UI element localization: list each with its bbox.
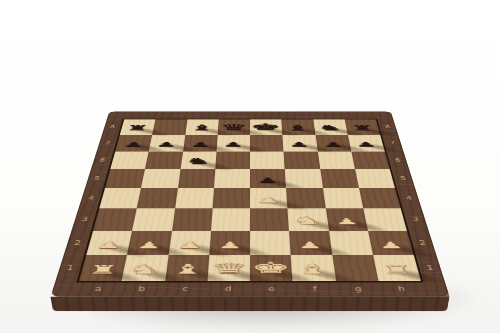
file-label-h: h (394, 286, 410, 293)
rank-label-left-1: 1 (62, 265, 78, 272)
rank-label-left-8: 8 (106, 125, 118, 129)
square-d4[interactable] (212, 188, 250, 209)
square-h5[interactable] (355, 169, 395, 188)
chessboard: abcdefgh1122334455667788 ♜♞♝♛♚♝♜♟♟♟♟♟♟♟♞… (50, 111, 449, 296)
square-e6[interactable] (250, 151, 285, 169)
square-h3[interactable] (363, 209, 407, 231)
rank-label-left-6: 6 (96, 158, 109, 162)
square-e2[interactable] (250, 231, 291, 255)
square-h2[interactable] (368, 231, 414, 255)
square-d3[interactable] (211, 209, 250, 231)
black-pawn-glyph: ♟ (213, 141, 254, 148)
square-g5[interactable] (320, 169, 359, 188)
square-f4[interactable] (286, 188, 325, 209)
file-label-a: a (90, 286, 106, 293)
board-front-edge (50, 297, 449, 312)
file-label-c: c (177, 286, 192, 293)
square-c5[interactable] (178, 169, 216, 188)
rank-label-left-5: 5 (90, 176, 103, 181)
black-pawn-glyph: ♟ (345, 141, 387, 148)
square-a4[interactable] (99, 188, 141, 209)
file-label-b: b (134, 286, 150, 293)
square-a1[interactable] (79, 255, 127, 281)
square-c1[interactable] (165, 255, 210, 281)
rank-label-right-7: 7 (386, 141, 398, 145)
square-a5[interactable] (105, 169, 145, 188)
square-b2[interactable] (127, 231, 171, 255)
rank-label-right-1: 1 (422, 265, 438, 272)
rank-label-right-6: 6 (391, 158, 404, 162)
rank-label-right-3: 3 (408, 217, 422, 223)
square-g1[interactable] (332, 255, 378, 281)
square-f2[interactable] (289, 231, 332, 255)
square-a3[interactable] (93, 209, 137, 231)
rank-label-right-8: 8 (382, 125, 394, 129)
black-rook-glyph: ♜ (342, 125, 383, 132)
file-label-e: e (264, 286, 279, 293)
file-label-d: d (221, 286, 236, 293)
square-g4[interactable] (323, 188, 364, 209)
square-b3[interactable] (132, 209, 174, 231)
rank-label-left-4: 4 (84, 196, 98, 201)
square-e1[interactable] (250, 255, 293, 281)
square-g3[interactable] (325, 209, 367, 231)
square-b5[interactable] (141, 169, 180, 188)
square-d1[interactable] (207, 255, 250, 281)
black-pawn-glyph: ♟ (246, 176, 290, 184)
rank-label-right-5: 5 (397, 176, 410, 181)
square-d2[interactable] (209, 231, 250, 255)
file-label-g: g (351, 286, 367, 293)
black-knight-glyph: ♞ (177, 157, 220, 166)
square-e3[interactable] (250, 209, 289, 231)
square-g6[interactable] (317, 151, 354, 169)
rank-label-right-2: 2 (415, 240, 430, 246)
rank-label-left-7: 7 (101, 141, 113, 145)
square-h1[interactable] (373, 255, 421, 281)
square-b4[interactable] (137, 188, 178, 209)
square-g2[interactable] (328, 231, 372, 255)
square-a6[interactable] (110, 151, 149, 169)
square-h4[interactable] (359, 188, 401, 209)
square-c2[interactable] (168, 231, 211, 255)
square-c3[interactable] (172, 209, 213, 231)
rank-label-right-4: 4 (402, 196, 416, 201)
rank-label-left-3: 3 (77, 217, 91, 223)
file-label-f: f (307, 286, 322, 293)
square-h6[interactable] (351, 151, 390, 169)
square-b1[interactable] (122, 255, 168, 281)
studio-scene: abcdefgh1122334455667788 ♜♞♝♛♚♝♜♟♟♟♟♟♟♟♞… (0, 0, 500, 333)
square-a2[interactable] (86, 231, 132, 255)
square-f3[interactable] (288, 209, 329, 231)
square-f1[interactable] (291, 255, 336, 281)
black-rook-glyph: ♜ (117, 125, 158, 132)
square-f6[interactable] (284, 151, 320, 169)
square-c4[interactable] (175, 188, 214, 209)
rank-label-left-2: 2 (70, 240, 85, 246)
